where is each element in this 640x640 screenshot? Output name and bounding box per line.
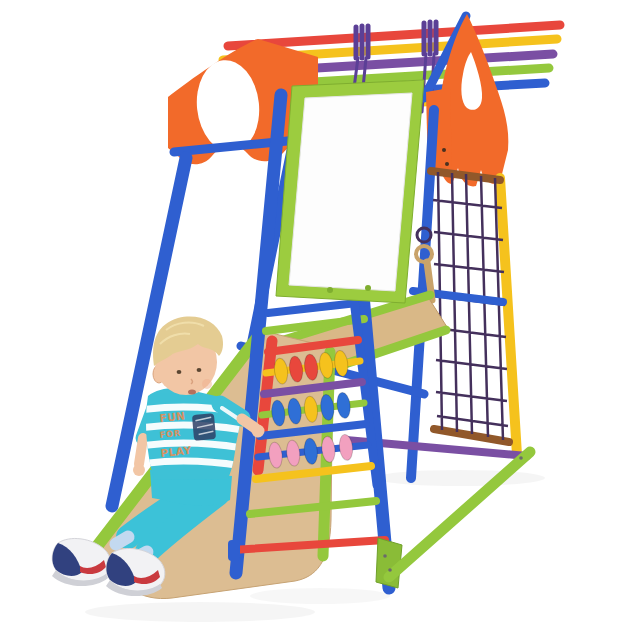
play-gym-scene: FUN FOR PLAY [0, 0, 640, 640]
toddler-head [153, 317, 223, 395]
whiteboard-surface [289, 93, 412, 291]
ladder-foot [228, 540, 240, 561]
abacus-bead [336, 392, 352, 419]
shirt-zebra-patch [192, 413, 216, 441]
whiteboard [276, 80, 424, 303]
product-photo: FUN FOR PLAY [0, 0, 640, 640]
abacus [258, 350, 368, 469]
net-ropes [433, 172, 508, 440]
